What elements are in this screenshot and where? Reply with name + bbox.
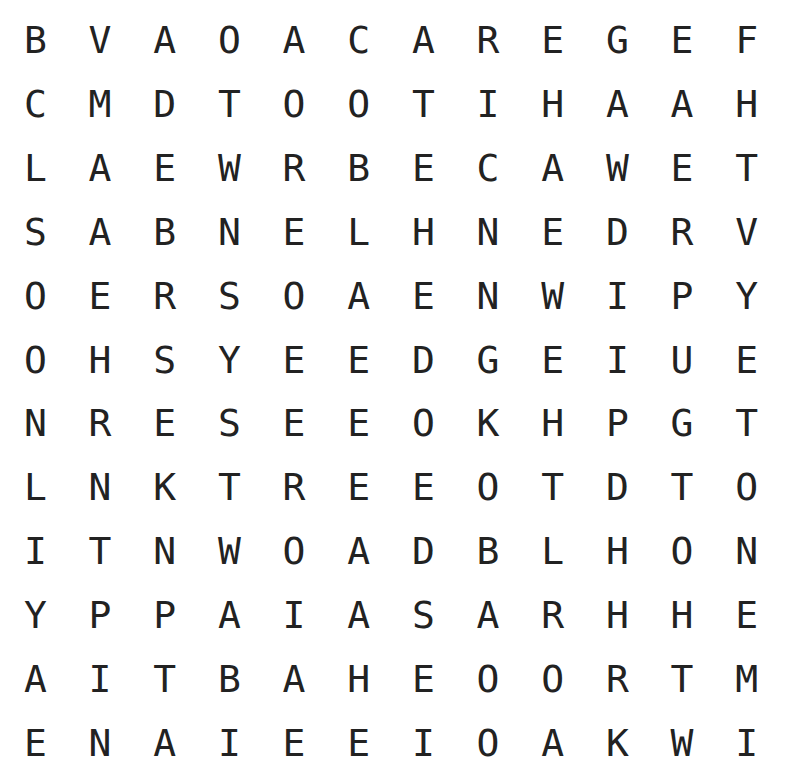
grid-cell[interactable]: Y (3, 583, 68, 647)
grid-letter: O (24, 277, 47, 315)
grid-letter: C (347, 21, 370, 59)
grid-cell[interactable]: E (326, 392, 391, 456)
grid-letter: B (347, 149, 370, 187)
grid-letter: K (477, 404, 500, 442)
grid-letter: A (89, 149, 112, 187)
grid-cell[interactable]: E (714, 583, 779, 647)
grid-cell[interactable]: O (262, 72, 327, 136)
grid-letter: W (671, 724, 694, 762)
grid-cell[interactable]: M (68, 72, 133, 136)
grid-letter: O (283, 277, 306, 315)
grid-letter: W (218, 532, 241, 570)
grid-letter: E (671, 21, 694, 59)
grid-letter: W (606, 149, 629, 187)
grid-cell[interactable]: S (197, 392, 262, 456)
grid-cell[interactable]: L (3, 136, 68, 200)
grid-letter: E (347, 724, 370, 762)
grid-cell[interactable]: D (391, 519, 456, 583)
grid-letter: I (412, 724, 435, 762)
grid-letter: O (477, 468, 500, 506)
grid-letter: A (89, 213, 112, 251)
grid-letter: H (606, 596, 629, 634)
grid-letter: H (89, 341, 112, 379)
grid-letter: E (412, 660, 435, 698)
grid-cell[interactable]: E (391, 647, 456, 711)
grid-letter: O (735, 468, 758, 506)
grid-letter: K (606, 724, 629, 762)
grid-cell[interactable]: L (520, 519, 585, 583)
grid-cell[interactable]: S (197, 264, 262, 328)
grid-letter: E (412, 277, 435, 315)
grid-letter: I (283, 596, 306, 634)
grid-letter: N (218, 213, 241, 251)
grid-cell[interactable]: E (391, 136, 456, 200)
grid-cell[interactable]: R (520, 583, 585, 647)
grid-letter: T (89, 532, 112, 570)
grid-letter: E (153, 149, 176, 187)
grid-letter: I (218, 724, 241, 762)
grid-cell[interactable]: K (585, 711, 650, 775)
grid-letter: N (153, 532, 176, 570)
grid-letter: S (412, 596, 435, 634)
grid-letter: E (283, 404, 306, 442)
grid-letter: W (218, 149, 241, 187)
grid-letter: L (347, 213, 370, 251)
grid-cell[interactable]: A (132, 711, 197, 775)
grid-cell[interactable]: A (326, 583, 391, 647)
grid-cell[interactable]: U (650, 328, 715, 392)
grid-letter: E (412, 468, 435, 506)
grid-letter: O (477, 724, 500, 762)
grid-cell[interactable]: T (197, 72, 262, 136)
grid-cell[interactable]: C (3, 72, 68, 136)
grid-letter: O (412, 404, 435, 442)
grid-letter: U (671, 341, 694, 379)
grid-cell[interactable]: A (262, 8, 327, 72)
grid-letter: I (24, 532, 47, 570)
grid-cell[interactable]: W (520, 264, 585, 328)
grid-cell[interactable]: Y (714, 264, 779, 328)
grid-cell[interactable]: N (197, 200, 262, 264)
grid-cell[interactable]: G (456, 328, 521, 392)
grid-cell[interactable]: N (132, 519, 197, 583)
grid-cell[interactable]: N (456, 264, 521, 328)
grid-letter: S (24, 213, 47, 251)
grid-cell[interactable]: A (3, 647, 68, 711)
grid-cell[interactable]: A (262, 647, 327, 711)
grid-cell[interactable]: H (520, 392, 585, 456)
grid-letter: O (671, 532, 694, 570)
grid-cell[interactable]: O (714, 455, 779, 519)
grid-letter: A (541, 149, 564, 187)
grid-letter: E (89, 277, 112, 315)
grid-letter: E (283, 724, 306, 762)
grid-cell[interactable]: O (262, 519, 327, 583)
grid-letter: A (218, 596, 241, 634)
grid-cell[interactable]: D (585, 200, 650, 264)
grid-cell[interactable]: I (68, 647, 133, 711)
grid-letter: T (412, 85, 435, 123)
grid-letter: M (735, 660, 758, 698)
grid-cell[interactable]: O (650, 519, 715, 583)
grid-letter: A (671, 85, 694, 123)
grid-letter: E (735, 341, 758, 379)
grid-cell[interactable]: A (197, 583, 262, 647)
grid-letter: V (735, 213, 758, 251)
grid-cell[interactable]: N (714, 519, 779, 583)
grid-letter: H (606, 532, 629, 570)
grid-letter: T (735, 149, 758, 187)
grid-cell[interactable]: O (456, 455, 521, 519)
grid-cell[interactable]: C (456, 136, 521, 200)
grid-letter: B (24, 21, 47, 59)
grid-letter: D (606, 468, 629, 506)
grid-letter: F (735, 21, 758, 59)
grid-cell[interactable]: H (520, 72, 585, 136)
grid-letter: A (347, 532, 370, 570)
grid-letter: A (477, 596, 500, 634)
grid-cell[interactable]: A (326, 264, 391, 328)
grid-letter: O (24, 341, 47, 379)
grid-cell[interactable]: R (262, 455, 327, 519)
grid-cell[interactable]: B (456, 519, 521, 583)
grid-letter: P (606, 404, 629, 442)
grid-letter: O (218, 21, 241, 59)
grid-cell[interactable]: P (132, 583, 197, 647)
grid-letter: K (153, 468, 176, 506)
grid-letter: B (153, 213, 176, 251)
grid-letter: E (283, 341, 306, 379)
grid-cell[interactable]: E (520, 8, 585, 72)
grid-cell[interactable]: A (456, 583, 521, 647)
grid-letter: D (412, 532, 435, 570)
grid-cell[interactable]: R (650, 200, 715, 264)
grid-cell[interactable]: R (456, 8, 521, 72)
word-search-grid: BVAOACAREGEFCMDTOOTIHAAHLAEWRBECAWETSABN… (3, 8, 779, 775)
grid-letter: I (606, 277, 629, 315)
grid-cell[interactable]: R (585, 647, 650, 711)
grid-letter: E (412, 149, 435, 187)
grid-letter: E (541, 341, 564, 379)
grid-letter: R (89, 404, 112, 442)
grid-letter: I (735, 724, 758, 762)
grid-letter: H (541, 404, 564, 442)
grid-letter: O (541, 660, 564, 698)
grid-cell[interactable]: N (68, 711, 133, 775)
grid-letter: A (606, 85, 629, 123)
grid-cell[interactable]: H (326, 647, 391, 711)
grid-cell[interactable]: C (326, 8, 391, 72)
grid-letter: A (283, 660, 306, 698)
grid-letter: A (347, 277, 370, 315)
grid-letter: S (218, 404, 241, 442)
grid-cell[interactable]: E (714, 328, 779, 392)
grid-cell[interactable]: E (262, 711, 327, 775)
grid-cell[interactable]: A (326, 519, 391, 583)
grid-cell[interactable]: H (585, 583, 650, 647)
grid-cell[interactable]: E (391, 455, 456, 519)
grid-letter: E (347, 468, 370, 506)
grid-letter: A (283, 21, 306, 59)
grid-cell[interactable]: K (456, 392, 521, 456)
grid-cell[interactable]: I (262, 583, 327, 647)
grid-cell[interactable]: A (132, 8, 197, 72)
grid-letter: Y (735, 277, 758, 315)
grid-letter: E (735, 596, 758, 634)
grid-letter: N (735, 532, 758, 570)
grid-cell[interactable]: H (650, 583, 715, 647)
grid-cell[interactable]: V (68, 8, 133, 72)
grid-letter: A (153, 21, 176, 59)
grid-cell[interactable]: I (714, 711, 779, 775)
grid-cell[interactable]: D (585, 455, 650, 519)
grid-letter: R (283, 468, 306, 506)
grid-letter: C (24, 85, 47, 123)
grid-letter: T (671, 468, 694, 506)
grid-cell[interactable]: I (585, 328, 650, 392)
grid-letter: B (218, 660, 241, 698)
grid-letter: P (153, 596, 176, 634)
grid-cell[interactable]: E (262, 200, 327, 264)
grid-cell[interactable]: E (132, 392, 197, 456)
grid-cell[interactable]: E (391, 264, 456, 328)
grid-cell[interactable]: W (585, 136, 650, 200)
grid-cell[interactable]: G (585, 8, 650, 72)
grid-letter: N (477, 277, 500, 315)
grid-cell[interactable]: P (585, 392, 650, 456)
grid-cell[interactable]: W (197, 136, 262, 200)
grid-letter: A (412, 21, 435, 59)
grid-letter: E (283, 213, 306, 251)
grid-cell[interactable]: I (197, 711, 262, 775)
grid-letter: R (283, 149, 306, 187)
grid-cell[interactable]: A (520, 136, 585, 200)
grid-letter: T (541, 468, 564, 506)
grid-cell[interactable]: R (132, 264, 197, 328)
grid-letter: T (671, 660, 694, 698)
grid-cell[interactable]: T (650, 455, 715, 519)
grid-cell[interactable]: H (714, 72, 779, 136)
grid-cell[interactable]: B (326, 136, 391, 200)
grid-letter: R (671, 213, 694, 251)
grid-cell[interactable]: N (456, 200, 521, 264)
grid-letter: O (283, 532, 306, 570)
grid-cell[interactable]: G (650, 392, 715, 456)
grid-cell[interactable]: H (585, 519, 650, 583)
grid-cell[interactable]: O (3, 328, 68, 392)
grid-cell[interactable]: P (68, 583, 133, 647)
grid-cell[interactable]: P (650, 264, 715, 328)
grid-cell[interactable]: S (132, 328, 197, 392)
grid-cell[interactable]: S (3, 200, 68, 264)
grid-letter: I (89, 660, 112, 698)
grid-letter: A (153, 724, 176, 762)
grid-cell[interactable]: T (520, 455, 585, 519)
grid-cell[interactable]: T (132, 647, 197, 711)
grid-letter: T (218, 468, 241, 506)
grid-cell[interactable]: A (391, 8, 456, 72)
grid-letter: D (153, 85, 176, 123)
grid-cell[interactable]: T (197, 455, 262, 519)
grid-letter: A (541, 724, 564, 762)
grid-cell[interactable]: N (68, 455, 133, 519)
grid-cell[interactable]: E (68, 264, 133, 328)
grid-letter: R (477, 21, 500, 59)
grid-letter: R (541, 596, 564, 634)
grid-cell[interactable]: T (714, 392, 779, 456)
grid-cell[interactable]: W (197, 519, 262, 583)
grid-cell[interactable]: T (714, 136, 779, 200)
grid-cell[interactable]: A (520, 711, 585, 775)
grid-cell[interactable]: O (326, 72, 391, 136)
grid-cell[interactable]: A (650, 72, 715, 136)
grid-letter: V (89, 21, 112, 59)
grid-letter: T (153, 660, 176, 698)
grid-letter: E (541, 213, 564, 251)
grid-cell[interactable]: O (456, 711, 521, 775)
grid-cell[interactable]: A (68, 136, 133, 200)
grid-letter: R (153, 277, 176, 315)
grid-cell[interactable]: H (68, 328, 133, 392)
grid-letter: R (606, 660, 629, 698)
grid-letter: P (89, 596, 112, 634)
grid-letter: H (671, 596, 694, 634)
grid-cell[interactable]: H (391, 200, 456, 264)
grid-cell[interactable]: E (326, 711, 391, 775)
grid-letter: N (24, 404, 47, 442)
grid-cell[interactable]: N (3, 392, 68, 456)
grid-letter: E (347, 404, 370, 442)
grid-letter: M (89, 85, 112, 123)
grid-cell[interactable]: D (391, 328, 456, 392)
grid-letter: L (24, 468, 47, 506)
grid-cell[interactable]: I (391, 711, 456, 775)
grid-cell[interactable]: L (3, 455, 68, 519)
grid-cell[interactable]: S (391, 583, 456, 647)
grid-letter: O (283, 85, 306, 123)
grid-letter: E (153, 404, 176, 442)
grid-letter: H (412, 213, 435, 251)
grid-letter: A (347, 596, 370, 634)
grid-letter: W (541, 277, 564, 315)
grid-cell[interactable]: T (650, 647, 715, 711)
grid-cell[interactable]: T (391, 72, 456, 136)
grid-letter: H (735, 85, 758, 123)
grid-letter: E (671, 149, 694, 187)
grid-cell[interactable]: O (3, 264, 68, 328)
grid-letter: G (671, 404, 694, 442)
grid-cell[interactable]: O (262, 264, 327, 328)
grid-letter: I (477, 85, 500, 123)
grid-letter: Y (218, 341, 241, 379)
grid-letter: E (347, 341, 370, 379)
grid-letter: G (477, 341, 500, 379)
grid-letter: L (24, 149, 47, 187)
grid-letter: N (89, 468, 112, 506)
grid-cell[interactable]: O (456, 647, 521, 711)
grid-cell[interactable]: A (585, 72, 650, 136)
grid-letter: B (477, 532, 500, 570)
grid-cell[interactable]: V (714, 200, 779, 264)
grid-letter: O (347, 85, 370, 123)
grid-letter: H (347, 660, 370, 698)
grid-letter: P (671, 277, 694, 315)
grid-cell[interactable]: E (650, 136, 715, 200)
grid-cell[interactable]: B (3, 8, 68, 72)
grid-cell[interactable]: A (68, 200, 133, 264)
grid-cell[interactable]: B (132, 200, 197, 264)
grid-cell[interactable]: B (197, 647, 262, 711)
grid-cell[interactable]: I (585, 264, 650, 328)
grid-cell[interactable]: M (714, 647, 779, 711)
grid-letter: N (89, 724, 112, 762)
grid-cell[interactable]: O (391, 392, 456, 456)
grid-cell[interactable]: E (520, 328, 585, 392)
grid-cell[interactable]: D (132, 72, 197, 136)
grid-cell[interactable]: R (68, 392, 133, 456)
grid-cell[interactable]: W (650, 711, 715, 775)
grid-letter: O (477, 660, 500, 698)
grid-letter: N (477, 213, 500, 251)
grid-cell[interactable]: E (262, 328, 327, 392)
grid-cell[interactable]: O (520, 647, 585, 711)
grid-cell[interactable]: Y (197, 328, 262, 392)
grid-cell[interactable]: E (262, 392, 327, 456)
grid-cell[interactable]: I (3, 519, 68, 583)
grid-letter: S (218, 277, 241, 315)
grid-letter: T (218, 85, 241, 123)
grid-letter: A (24, 660, 47, 698)
grid-letter: T (735, 404, 758, 442)
grid-letter: D (606, 213, 629, 251)
grid-letter: E (24, 724, 47, 762)
grid-cell[interactable]: E (132, 136, 197, 200)
grid-cell[interactable]: E (650, 8, 715, 72)
grid-letter: G (606, 21, 629, 59)
grid-cell[interactable]: T (68, 519, 133, 583)
grid-letter: Y (24, 596, 47, 634)
grid-cell[interactable]: L (326, 200, 391, 264)
grid-letter: S (153, 341, 176, 379)
grid-cell[interactable]: E (326, 328, 391, 392)
grid-cell[interactable]: O (197, 8, 262, 72)
grid-cell[interactable]: R (262, 136, 327, 200)
grid-letter: I (606, 341, 629, 379)
grid-cell[interactable]: E (3, 711, 68, 775)
grid-cell[interactable]: E (520, 200, 585, 264)
word-search-page: BVAOACAREGEFCMDTOOTIHAAHLAEWRBECAWETSABN… (0, 0, 800, 782)
grid-cell[interactable]: I (456, 72, 521, 136)
grid-letter: C (477, 149, 500, 187)
grid-cell[interactable]: E (326, 455, 391, 519)
grid-letter: E (541, 21, 564, 59)
grid-letter: D (412, 341, 435, 379)
grid-letter: H (541, 85, 564, 123)
grid-cell[interactable]: K (132, 455, 197, 519)
grid-cell[interactable]: F (714, 8, 779, 72)
grid-letter: L (541, 532, 564, 570)
